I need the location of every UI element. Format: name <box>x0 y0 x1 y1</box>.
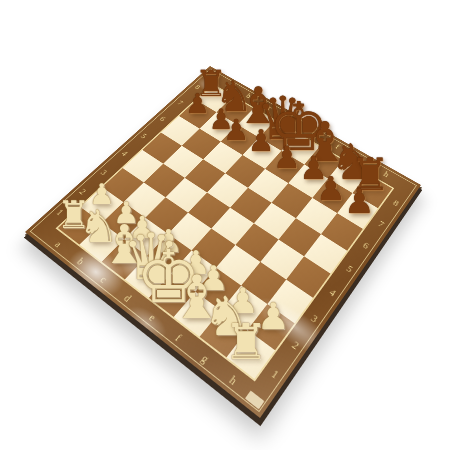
file-label-near-a: a <box>52 239 64 250</box>
rank-label-left-3: 3 <box>98 167 109 177</box>
piece-black-pawn-d7[interactable]: ♟ <box>248 126 275 156</box>
rank-label-left-7: 7 <box>175 99 185 107</box>
file-label-near-b: b <box>74 256 87 268</box>
rank-label-right-1: 1 <box>269 367 282 382</box>
rank-label-left-6: 6 <box>157 115 167 123</box>
rank-label-left-5: 5 <box>139 131 150 140</box>
piece-black-pawn-c7[interactable]: ♟ <box>223 116 249 145</box>
rank-label-right-8: 8 <box>391 198 401 208</box>
rank-label-right-3: 3 <box>309 312 321 325</box>
rank-label-right-4: 4 <box>327 287 338 300</box>
file-label-near-g: g <box>199 351 212 365</box>
piece-black-pawn-g7[interactable]: ♟ <box>316 171 346 204</box>
piece-black-pawn-e7[interactable]: ♟ <box>273 143 301 174</box>
rank-label-right-5: 5 <box>344 263 355 275</box>
piece-black-pawn-h7[interactable]: ♟ <box>344 183 375 217</box>
piece-white-rook-h1[interactable]: ♜ <box>224 318 268 367</box>
file-label-near-f: f <box>172 331 184 344</box>
rank-label-left-4: 4 <box>119 149 130 158</box>
photo-canvas: aabbccddeeffgghh1122334455667788 ♜♞♝♛♚♝♞… <box>0 0 450 450</box>
file-label-near-h: h <box>226 373 239 388</box>
maker-label-chip <box>245 391 264 410</box>
rank-label-right-7: 7 <box>376 219 386 230</box>
rank-label-right-6: 6 <box>361 240 371 251</box>
piece-black-pawn-a7[interactable]: ♟ <box>185 90 209 117</box>
rank-label-right-2: 2 <box>289 339 301 353</box>
